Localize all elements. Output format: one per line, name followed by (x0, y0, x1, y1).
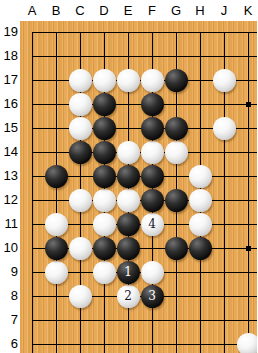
black-stone-F8[interactable]: 3 (141, 285, 164, 308)
black-stone-D16[interactable] (93, 93, 116, 116)
row-label-7: 7 (0, 312, 18, 328)
white-stone-G14[interactable] (165, 141, 188, 164)
black-stone-E11[interactable] (117, 213, 140, 236)
column-label-C: C (68, 3, 92, 19)
go-board-diagram: ABCDEFGHJK191817161514131211109876 4213 (0, 0, 257, 353)
white-stone-B9[interactable] (45, 261, 68, 284)
row-label-12: 12 (0, 192, 18, 208)
row-label-14: 14 (0, 144, 18, 160)
white-stone-D12[interactable] (93, 189, 116, 212)
row-label-6: 6 (0, 336, 18, 352)
black-stone-F13[interactable] (141, 165, 164, 188)
row-label-19: 19 (0, 24, 18, 40)
white-stone-E12[interactable] (117, 189, 140, 212)
row-label-18: 18 (0, 48, 18, 64)
black-stone-D15[interactable] (93, 117, 116, 140)
white-stone-C10[interactable] (69, 237, 92, 260)
move-number-label: 2 (124, 290, 132, 302)
black-stone-E9[interactable]: 1 (117, 261, 140, 284)
white-stone-C15[interactable] (69, 117, 92, 140)
white-stone-F17[interactable] (141, 69, 164, 92)
black-stone-D13[interactable] (93, 165, 116, 188)
column-label-J: J (212, 3, 236, 19)
white-stone-F14[interactable] (141, 141, 164, 164)
white-stone-E8[interactable]: 2 (117, 285, 140, 308)
column-label-A: A (20, 3, 44, 19)
row-label-17: 17 (0, 72, 18, 88)
grid-line-col-K (248, 32, 249, 353)
row-label-9: 9 (0, 264, 18, 280)
white-stone-H12[interactable] (189, 189, 212, 212)
column-label-F: F (140, 3, 164, 19)
black-stone-G15[interactable] (165, 117, 188, 140)
white-stone-E14[interactable] (117, 141, 140, 164)
white-stone-B11[interactable] (45, 213, 68, 236)
column-label-H: H (188, 3, 212, 19)
column-label-G: G (164, 3, 188, 19)
black-stone-E13[interactable] (117, 165, 140, 188)
star-point-K10 (246, 246, 251, 251)
black-stone-G12[interactable] (165, 189, 188, 212)
black-stone-D14[interactable] (93, 141, 116, 164)
star-point-K16 (246, 102, 251, 107)
white-stone-D9[interactable] (93, 261, 116, 284)
row-label-16: 16 (0, 96, 18, 112)
move-number-label: 4 (148, 218, 156, 230)
white-stone-F11[interactable]: 4 (141, 213, 164, 236)
row-label-15: 15 (0, 120, 18, 136)
row-label-8: 8 (0, 288, 18, 304)
black-stone-E10[interactable] (117, 237, 140, 260)
white-stone-K6[interactable] (237, 333, 258, 353)
black-stone-B10[interactable] (45, 237, 68, 260)
black-stone-G10[interactable] (165, 237, 188, 260)
white-stone-C12[interactable] (69, 189, 92, 212)
white-stone-J17[interactable] (213, 69, 236, 92)
white-stone-D11[interactable] (93, 213, 116, 236)
black-stone-C14[interactable] (69, 141, 92, 164)
black-stone-F15[interactable] (141, 117, 164, 140)
black-stone-F16[interactable] (141, 93, 164, 116)
white-stone-H11[interactable] (189, 213, 212, 236)
white-stone-C8[interactable] (69, 285, 92, 308)
white-stone-J15[interactable] (213, 117, 236, 140)
grid-line-col-A (32, 32, 33, 353)
row-label-11: 11 (0, 216, 18, 232)
grid-line-col-B (56, 32, 57, 353)
black-stone-B13[interactable] (45, 165, 68, 188)
white-stone-C17[interactable] (69, 69, 92, 92)
row-label-13: 13 (0, 168, 18, 184)
white-stone-D17[interactable] (93, 69, 116, 92)
column-label-K: K (236, 3, 257, 19)
column-label-B: B (44, 3, 68, 19)
white-stone-H13[interactable] (189, 165, 212, 188)
black-stone-D10[interactable] (93, 237, 116, 260)
black-stone-G17[interactable] (165, 69, 188, 92)
white-stone-F9[interactable] (141, 261, 164, 284)
column-label-D: D (92, 3, 116, 19)
row-label-10: 10 (0, 240, 18, 256)
move-number-label: 1 (124, 266, 132, 278)
column-label-E: E (116, 3, 140, 19)
white-stone-E17[interactable] (117, 69, 140, 92)
black-stone-F12[interactable] (141, 189, 164, 212)
white-stone-C16[interactable] (69, 93, 92, 116)
black-stone-H10[interactable] (189, 237, 212, 260)
move-number-label: 3 (148, 290, 156, 302)
